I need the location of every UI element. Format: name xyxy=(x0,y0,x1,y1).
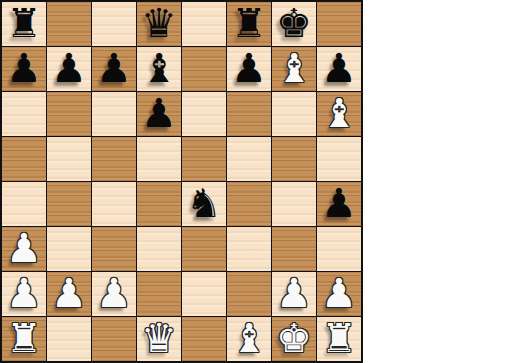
square-f7[interactable]: ♟ xyxy=(227,47,271,91)
square-g6[interactable] xyxy=(272,92,316,136)
piece-black-pawn[interactable]: ♟ xyxy=(231,48,267,88)
square-c5[interactable] xyxy=(92,137,136,181)
square-b3[interactable] xyxy=(47,227,91,271)
square-e5[interactable] xyxy=(182,137,226,181)
square-a2[interactable]: ♟ xyxy=(2,272,46,316)
square-h1[interactable]: ♜ xyxy=(317,317,361,361)
square-e7[interactable] xyxy=(182,47,226,91)
piece-black-pawn[interactable]: ♟ xyxy=(141,93,177,133)
piece-black-pawn[interactable]: ♟ xyxy=(321,183,357,223)
square-g8[interactable]: ♚ xyxy=(272,2,316,46)
square-f8[interactable]: ♜ xyxy=(227,2,271,46)
square-f5[interactable] xyxy=(227,137,271,181)
piece-white-rook[interactable]: ♜ xyxy=(6,318,42,358)
piece-black-king[interactable]: ♚ xyxy=(276,3,312,43)
square-b8[interactable] xyxy=(47,2,91,46)
piece-white-queen[interactable]: ♛ xyxy=(141,318,177,358)
square-e2[interactable] xyxy=(182,272,226,316)
piece-black-pawn[interactable]: ♟ xyxy=(6,48,42,88)
square-e4[interactable]: ♞ xyxy=(182,182,226,226)
square-e1[interactable] xyxy=(182,317,226,361)
chess-board-frame: ♜♛♜♚♟♟♟♝♟♝♟♟♝♞♟♟♟♟♟♟♟♜♛♝♚♜ xyxy=(0,0,363,363)
square-d8[interactable]: ♛ xyxy=(137,2,181,46)
square-a5[interactable] xyxy=(2,137,46,181)
square-d3[interactable] xyxy=(137,227,181,271)
square-a1[interactable]: ♜ xyxy=(2,317,46,361)
square-b1[interactable] xyxy=(47,317,91,361)
square-d4[interactable] xyxy=(137,182,181,226)
piece-black-rook[interactable]: ♜ xyxy=(6,3,42,43)
square-h3[interactable] xyxy=(317,227,361,271)
square-d5[interactable] xyxy=(137,137,181,181)
square-f2[interactable] xyxy=(227,272,271,316)
square-b4[interactable] xyxy=(47,182,91,226)
square-g1[interactable]: ♚ xyxy=(272,317,316,361)
square-c6[interactable] xyxy=(92,92,136,136)
square-c3[interactable] xyxy=(92,227,136,271)
square-d2[interactable] xyxy=(137,272,181,316)
square-g5[interactable] xyxy=(272,137,316,181)
square-e6[interactable] xyxy=(182,92,226,136)
square-e8[interactable] xyxy=(182,2,226,46)
piece-white-pawn[interactable]: ♟ xyxy=(6,228,42,268)
square-f1[interactable]: ♝ xyxy=(227,317,271,361)
piece-black-pawn[interactable]: ♟ xyxy=(321,48,357,88)
piece-white-pawn[interactable]: ♟ xyxy=(6,273,42,313)
square-c2[interactable]: ♟ xyxy=(92,272,136,316)
square-g7[interactable]: ♝ xyxy=(272,47,316,91)
square-b6[interactable] xyxy=(47,92,91,136)
piece-white-bishop[interactable]: ♝ xyxy=(321,93,357,133)
piece-black-pawn[interactable]: ♟ xyxy=(96,48,132,88)
piece-white-rook[interactable]: ♜ xyxy=(321,318,357,358)
square-h5[interactable] xyxy=(317,137,361,181)
square-c4[interactable] xyxy=(92,182,136,226)
square-a8[interactable]: ♜ xyxy=(2,2,46,46)
square-b5[interactable] xyxy=(47,137,91,181)
square-d6[interactable]: ♟ xyxy=(137,92,181,136)
chess-board: ♜♛♜♚♟♟♟♝♟♝♟♟♝♞♟♟♟♟♟♟♟♜♛♝♚♜ xyxy=(2,2,361,361)
square-d7[interactable]: ♝ xyxy=(137,47,181,91)
square-c1[interactable] xyxy=(92,317,136,361)
piece-white-pawn[interactable]: ♟ xyxy=(321,273,357,313)
square-c8[interactable] xyxy=(92,2,136,46)
square-f3[interactable] xyxy=(227,227,271,271)
square-b2[interactable]: ♟ xyxy=(47,272,91,316)
square-d1[interactable]: ♛ xyxy=(137,317,181,361)
square-h2[interactable]: ♟ xyxy=(317,272,361,316)
square-a4[interactable] xyxy=(2,182,46,226)
piece-black-bishop[interactable]: ♝ xyxy=(141,48,177,88)
piece-white-bishop[interactable]: ♝ xyxy=(276,48,312,88)
piece-black-knight[interactable]: ♞ xyxy=(186,183,222,223)
square-f4[interactable] xyxy=(227,182,271,226)
square-g2[interactable]: ♟ xyxy=(272,272,316,316)
piece-black-queen[interactable]: ♛ xyxy=(141,3,177,43)
square-a6[interactable] xyxy=(2,92,46,136)
piece-white-bishop[interactable]: ♝ xyxy=(231,318,267,358)
piece-black-pawn[interactable]: ♟ xyxy=(51,48,87,88)
piece-white-king[interactable]: ♚ xyxy=(276,318,312,358)
square-h6[interactable]: ♝ xyxy=(317,92,361,136)
piece-white-pawn[interactable]: ♟ xyxy=(276,273,312,313)
square-g3[interactable] xyxy=(272,227,316,271)
piece-white-pawn[interactable]: ♟ xyxy=(51,273,87,313)
piece-white-pawn[interactable]: ♟ xyxy=(96,273,132,313)
square-f6[interactable] xyxy=(227,92,271,136)
square-b7[interactable]: ♟ xyxy=(47,47,91,91)
square-a3[interactable]: ♟ xyxy=(2,227,46,271)
square-h8[interactable] xyxy=(317,2,361,46)
square-h7[interactable]: ♟ xyxy=(317,47,361,91)
square-h4[interactable]: ♟ xyxy=(317,182,361,226)
square-a7[interactable]: ♟ xyxy=(2,47,46,91)
square-e3[interactable] xyxy=(182,227,226,271)
piece-black-rook[interactable]: ♜ xyxy=(231,3,267,43)
square-c7[interactable]: ♟ xyxy=(92,47,136,91)
square-g4[interactable] xyxy=(272,182,316,226)
